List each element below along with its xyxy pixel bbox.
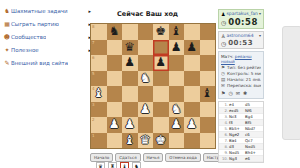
star-icon: ✦ — [3, 46, 11, 53]
white-move[interactable]: f3 — [229, 120, 245, 125]
black-move[interactable]: Bf5 — [245, 120, 261, 125]
square-a8[interactable]: 8 — [91, 24, 107, 40]
square-a3[interactable]: 3 — [91, 102, 107, 118]
chevron-right-icon: ▸ — [88, 8, 93, 14]
square-b4[interactable] — [107, 86, 123, 102]
sidebar-item-label: Внешний вид сайта — [11, 60, 68, 66]
square-f7[interactable]: ♟ — [169, 40, 185, 56]
square-d4[interactable] — [138, 86, 154, 102]
move-number: 9. — [219, 150, 229, 155]
clock-icon[interactable]: ◷ — [228, 90, 232, 96]
white-knight: ♞ — [171, 102, 182, 118]
square-h8[interactable] — [200, 24, 216, 40]
square-d6[interactable] — [138, 55, 154, 71]
square-f4[interactable] — [169, 86, 185, 102]
square-f5[interactable] — [169, 71, 185, 87]
square-e8[interactable]: ♚ — [153, 24, 169, 40]
sidebar-item-label: Сообщество — [11, 34, 46, 40]
black-move[interactable]: d5 — [245, 102, 261, 107]
square-b7[interactable] — [107, 40, 123, 56]
white-pawn-icon: ♙ — [221, 33, 225, 39]
white-pawn: ♟ — [186, 117, 197, 133]
white-move[interactable]: d3 — [229, 144, 245, 149]
rank-label: 4 — [92, 86, 95, 91]
white-move[interactable]: exd5 — [229, 108, 245, 113]
move-number: 2. — [219, 108, 229, 113]
black-move[interactable]: Qc7 — [245, 138, 261, 143]
square-e7[interactable] — [153, 40, 169, 56]
square-g1[interactable] — [184, 133, 200, 149]
white-knight: ♞ — [140, 71, 151, 87]
square-d3[interactable]: ♟ — [138, 102, 154, 118]
white-queen: ♛ — [140, 133, 151, 149]
square-c7[interactable]: ♛ — [122, 40, 138, 56]
black-move[interactable]: Nxd5 — [245, 144, 261, 149]
game-info-box: Матч: реванш новый ⚑ Тип: без рейтинга ◷… — [218, 51, 264, 99]
black-pawn: ♟ — [155, 55, 166, 71]
black-move[interactable]: Bg4 — [245, 114, 261, 119]
square-b1[interactable] — [107, 133, 123, 149]
square-d1[interactable]: ♛ — [138, 133, 154, 149]
white-pawn: ♟ — [171, 117, 182, 133]
flag-icon[interactable]: ⚑ — [221, 90, 225, 96]
square-a5[interactable]: 5 — [91, 71, 107, 87]
rank-label: 3 — [92, 102, 95, 107]
sidebar-item-play[interactable]: ▦ Сыграть партию ▸ — [3, 17, 93, 30]
match-line: Матч: реванш новый — [221, 54, 261, 64]
move-row: 10.Ng3e6 — [219, 156, 263, 162]
square-e5[interactable] — [153, 71, 169, 87]
resign-button[interactable]: Сдаться — [115, 153, 140, 162]
rematch-link[interactable]: реванш — [235, 54, 252, 59]
player-top-clock: 00:58 — [228, 17, 258, 27]
white-pawn: ♟ — [109, 117, 120, 133]
square-c3[interactable] — [122, 102, 138, 118]
people-icon: ☻ — [3, 33, 11, 40]
clock-icon: ◷ — [221, 40, 226, 47]
black-bishop: ♝ — [202, 86, 213, 102]
white-move[interactable]: Ba4 — [229, 138, 245, 143]
black-move[interactable]: Nf6 — [245, 108, 261, 113]
white-move[interactable]: Bb5+ — [229, 126, 245, 131]
square-a2[interactable]: 2 — [91, 117, 107, 133]
square-h2[interactable] — [200, 117, 216, 133]
white-move[interactable]: Nc3 — [229, 114, 245, 119]
black-move[interactable]: Nbd7 — [245, 126, 261, 131]
move-number: 7. — [219, 138, 229, 143]
draw-button[interactable]: Ничья — [143, 153, 164, 162]
move-number: 4. — [219, 120, 229, 125]
square-c4[interactable] — [122, 86, 138, 102]
correspondence-line: ✉ Переписка: выкл. — [221, 83, 261, 89]
square-a1[interactable]: 1 — [91, 133, 107, 149]
promo-piece-2[interactable]: ♝ — [120, 162, 129, 168]
square-f2[interactable]: ♟ — [169, 117, 185, 133]
square-d2[interactable] — [138, 117, 154, 133]
move-number: 8. — [219, 144, 229, 149]
square-f6[interactable] — [169, 55, 185, 71]
rank-label: 6 — [92, 55, 95, 60]
square-e4[interactable] — [153, 86, 169, 102]
promo-piece-0[interactable]: ♛ — [96, 162, 105, 168]
white-move[interactable]: Nge2 — [229, 132, 245, 137]
black-move[interactable]: Bh4+ — [245, 150, 261, 155]
rank-label: 5 — [92, 71, 95, 76]
rank-label: 2 — [92, 117, 95, 122]
black-bishop: ♝ — [171, 24, 182, 40]
square-c6[interactable]: ♟ — [122, 55, 138, 71]
move-number: 6. — [219, 132, 229, 137]
square-d5[interactable]: ♞ — [138, 71, 154, 87]
new-game-link[interactable]: новый — [221, 59, 235, 64]
square-d7[interactable] — [138, 40, 154, 56]
clock-icon: ◷ — [221, 19, 226, 26]
square-c2[interactable]: ♟ — [122, 117, 138, 133]
square-b3[interactable] — [107, 102, 123, 118]
square-e1[interactable]: ♚ — [153, 133, 169, 149]
square-a4[interactable]: 4♝ — [91, 86, 107, 102]
square-g4[interactable] — [184, 86, 200, 102]
square-b2[interactable]: ♟ — [107, 117, 123, 133]
square-b8[interactable]: ♞ — [107, 24, 123, 40]
white-bishop: ♝ — [124, 133, 135, 149]
takeback-button[interactable]: Отмена хода — [165, 153, 200, 162]
square-h4[interactable]: ♝ — [200, 86, 216, 102]
square-h3[interactable] — [200, 102, 216, 118]
promotion-piece-row: ♛♜♝♞ — [96, 162, 141, 168]
move-number: 5. — [219, 126, 229, 131]
player-top-name-link[interactable]: spartakus_fan — [226, 11, 257, 16]
black-pawn: ♟ — [171, 40, 182, 56]
black-move[interactable]: e6 — [245, 156, 261, 161]
square-c8[interactable] — [122, 24, 138, 40]
square-a6[interactable]: 6 — [91, 55, 107, 71]
square-h6[interactable] — [200, 55, 216, 71]
white-king: ♚ — [155, 133, 166, 149]
promo-piece-1[interactable]: ♜ — [108, 162, 117, 168]
square-e2[interactable] — [153, 117, 169, 133]
square-f3[interactable]: ♞ — [169, 102, 185, 118]
white-move[interactable]: Ng3 — [229, 156, 245, 161]
black-move[interactable]: c6 — [245, 132, 261, 137]
square-f8[interactable]: ♝ — [169, 24, 185, 40]
square-g8[interactable] — [184, 24, 200, 40]
sidebar-item-label: Шахматные задачи — [11, 8, 68, 14]
player-top-block: ♟ spartakus_fan ▾ ◷ 00:58 — [218, 9, 264, 29]
square-a7[interactable]: 7 — [91, 40, 107, 56]
panel-icon-row: ⚑ ◷ ✉ ✱ — [221, 90, 261, 96]
board-icon: ▦ — [3, 20, 11, 27]
black-pawn-icon: ♟ — [221, 11, 225, 17]
correspondence-text: Переписка: выкл. — [227, 83, 261, 89]
rank-label: 8 — [92, 24, 95, 29]
white-move[interactable]: e4 — [229, 102, 245, 107]
player-bottom-block: ♙ astronom64 ▾ ◷ 00:53 — [218, 31, 264, 49]
white-move[interactable]: Nxd5 — [229, 150, 245, 155]
square-e6[interactable]: ♟ — [153, 55, 169, 71]
square-h5[interactable] — [200, 71, 216, 87]
rank-label: 7 — [92, 40, 95, 45]
mail-icon[interactable]: ✉ — [236, 90, 240, 96]
sidebar-item-appearance[interactable]: ✎ Внешний вид сайта ▸ — [3, 56, 93, 69]
black-pawn: ♟ — [124, 55, 135, 71]
square-d8[interactable] — [138, 24, 154, 40]
black-king: ♚ — [155, 24, 166, 40]
sidebar: ♞ Шахматные задачи ▸ ▦ Сыграть партию ▸ … — [3, 4, 93, 69]
chevron-down-icon[interactable]: ▾ — [259, 33, 261, 38]
white-pawn: ♟ — [124, 117, 135, 133]
square-f1[interactable] — [169, 133, 185, 149]
sidebar-item-useful[interactable]: ✦ Полезное ▸ — [3, 43, 93, 56]
black-pawn: ♟ — [186, 40, 197, 56]
black-knight: ♞ — [109, 24, 120, 40]
chevron-down-icon[interactable]: ▾ — [259, 11, 261, 16]
square-b5[interactable] — [107, 71, 123, 87]
move-number: 3. — [219, 114, 229, 119]
black-queen: ♛ — [124, 40, 135, 56]
square-c1[interactable]: ♝ — [122, 133, 138, 149]
move-number: 1. — [219, 102, 229, 107]
sidebar-item-community[interactable]: ☻ Сообщество ▸ — [3, 30, 93, 43]
square-e3[interactable] — [153, 102, 169, 118]
player-bottom-clock: 00:53 — [228, 39, 253, 47]
start-button[interactable]: Начало — [90, 153, 113, 162]
game-panel: ♟ spartakus_fan ▾ ◷ 00:58 ♙ astronom64 ▾… — [218, 9, 264, 163]
palette-icon: ✎ — [3, 59, 11, 66]
rank-label: 1 — [92, 133, 95, 138]
white-pawn: ♟ — [140, 102, 151, 118]
square-b6[interactable] — [107, 55, 123, 71]
square-g6[interactable] — [184, 55, 200, 71]
gear-icon[interactable]: ✱ — [243, 90, 247, 96]
move-number: 10. — [219, 156, 229, 161]
knight-icon: ♞ — [3, 7, 11, 14]
chess-board: 8♞♚♝7♛♟♟6♟♟5♞4♝♝3♟♞2♟♟♟♟1♝♛♚ — [90, 23, 216, 149]
square-g3[interactable] — [184, 102, 200, 118]
square-c5[interactable] — [122, 71, 138, 87]
page-edge-panel — [282, 26, 300, 140]
sidebar-item-label: Сыграть партию — [11, 21, 59, 27]
square-g7[interactable]: ♟ — [184, 40, 200, 56]
player-bottom-name-link[interactable]: astronom64 — [226, 33, 253, 38]
turn-indicator-label: Сейчас Ваш ход — [117, 10, 178, 18]
sidebar-item-puzzles[interactable]: ♞ Шахматные задачи ▸ — [3, 4, 93, 17]
promo-piece-3[interactable]: ♞ — [132, 162, 141, 168]
square-h1[interactable] — [200, 133, 216, 149]
square-h7[interactable] — [200, 40, 216, 56]
square-g5[interactable] — [184, 71, 200, 87]
move-list: 1.e4d52.exd5Nf63.Nc3Bg44.f3Bf55.Bb5+Nbd7… — [218, 101, 264, 163]
sidebar-item-label: Полезное — [11, 47, 39, 53]
square-g2[interactable]: ♟ — [184, 117, 200, 133]
board-toolbar: Начало Сдаться Ничья Отмена хода Настрой… — [90, 153, 233, 162]
